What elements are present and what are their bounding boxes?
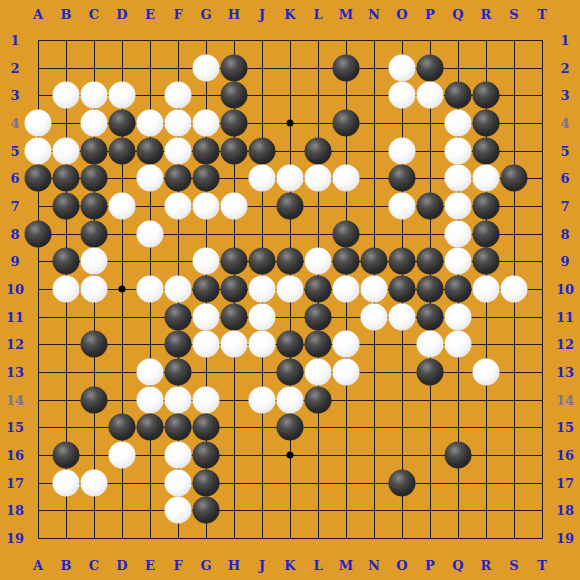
column-label: G <box>200 8 211 21</box>
row-label: 19 <box>556 531 574 544</box>
column-label: L <box>313 8 322 21</box>
black-stone <box>277 358 304 385</box>
black-stone <box>305 303 332 330</box>
black-stone <box>221 109 248 136</box>
row-label: 11 <box>556 310 574 323</box>
white-stone <box>473 275 500 302</box>
column-label: O <box>396 559 407 572</box>
black-stone <box>333 109 360 136</box>
column-label: P <box>425 8 435 21</box>
black-stone <box>305 275 332 302</box>
column-label: H <box>228 559 240 572</box>
white-stone <box>501 275 528 302</box>
white-stone <box>333 331 360 358</box>
black-stone <box>473 109 500 136</box>
black-stone <box>277 414 304 441</box>
black-stone <box>81 165 108 192</box>
black-stone <box>193 165 220 192</box>
white-stone <box>389 303 416 330</box>
white-stone <box>445 137 472 164</box>
row-label: 19 <box>6 531 24 544</box>
white-stone <box>109 82 136 109</box>
black-stone <box>501 165 528 192</box>
grid-line <box>38 538 542 539</box>
row-label: 16 <box>556 448 574 461</box>
black-stone <box>417 54 444 81</box>
column-label: D <box>116 8 127 21</box>
column-label: F <box>173 559 182 572</box>
black-stone <box>137 137 164 164</box>
white-stone <box>473 358 500 385</box>
black-stone <box>473 192 500 219</box>
white-stone <box>193 248 220 275</box>
column-label: R <box>481 8 492 21</box>
row-label: 5 <box>10 144 19 157</box>
black-stone <box>389 165 416 192</box>
white-stone <box>81 109 108 136</box>
black-stone <box>25 165 52 192</box>
black-stone <box>417 248 444 275</box>
white-stone <box>389 192 416 219</box>
row-label: 9 <box>10 255 19 268</box>
row-label: 6 <box>560 172 569 185</box>
black-stone <box>305 331 332 358</box>
white-stone <box>445 109 472 136</box>
white-stone <box>249 303 276 330</box>
black-stone <box>333 248 360 275</box>
black-stone <box>389 248 416 275</box>
white-stone <box>445 303 472 330</box>
black-stone <box>193 137 220 164</box>
column-label: P <box>425 559 435 572</box>
white-stone <box>221 192 248 219</box>
row-label: 17 <box>556 476 574 489</box>
white-stone <box>81 82 108 109</box>
row-label: 6 <box>10 172 19 185</box>
white-stone <box>193 386 220 413</box>
column-label: N <box>368 8 380 21</box>
black-stone <box>165 303 192 330</box>
white-stone <box>445 220 472 247</box>
grid-line <box>542 40 543 539</box>
white-stone <box>165 469 192 496</box>
column-label: D <box>116 559 127 572</box>
white-stone <box>193 192 220 219</box>
column-label: H <box>228 8 240 21</box>
white-stone <box>165 441 192 468</box>
black-stone <box>473 82 500 109</box>
black-stone <box>389 469 416 496</box>
black-stone <box>445 275 472 302</box>
grid-line <box>38 510 542 511</box>
white-stone <box>445 192 472 219</box>
black-stone <box>473 137 500 164</box>
black-stone <box>473 248 500 275</box>
column-label: K <box>284 559 295 572</box>
white-stone <box>389 137 416 164</box>
white-stone <box>277 275 304 302</box>
column-label: Q <box>452 559 463 572</box>
black-stone <box>193 275 220 302</box>
white-stone <box>53 137 80 164</box>
black-stone <box>193 441 220 468</box>
white-stone <box>305 165 332 192</box>
column-label: Q <box>452 8 463 21</box>
black-stone <box>193 469 220 496</box>
black-stone <box>137 414 164 441</box>
row-label: 15 <box>556 421 574 434</box>
white-stone <box>81 248 108 275</box>
column-label: F <box>173 8 182 21</box>
row-label: 9 <box>560 255 569 268</box>
black-stone <box>109 109 136 136</box>
black-stone <box>221 303 248 330</box>
column-label: T <box>537 559 547 572</box>
white-stone <box>53 82 80 109</box>
row-label: 5 <box>560 144 569 157</box>
black-stone <box>417 303 444 330</box>
column-label: E <box>145 559 155 572</box>
go-board[interactable]: AABBCCDDEEFFGGHHJJKKLLMMNNOOPPQQRRSSTT11… <box>0 0 580 580</box>
white-stone <box>137 165 164 192</box>
row-label: 18 <box>6 504 24 517</box>
white-stone <box>53 469 80 496</box>
row-label: 16 <box>6 448 24 461</box>
column-label: S <box>509 559 518 572</box>
grid-line <box>38 483 542 484</box>
star-point <box>119 285 126 292</box>
white-stone <box>473 165 500 192</box>
black-stone <box>445 441 472 468</box>
row-label: 4 <box>560 116 569 129</box>
white-stone <box>249 275 276 302</box>
row-label: 1 <box>560 34 569 47</box>
black-stone <box>81 331 108 358</box>
column-label: L <box>313 559 322 572</box>
black-stone <box>165 165 192 192</box>
column-label: M <box>339 8 353 21</box>
row-label: 14 <box>6 393 24 406</box>
white-stone <box>165 497 192 524</box>
white-stone <box>81 469 108 496</box>
row-label: 7 <box>10 199 19 212</box>
row-label: 12 <box>556 338 574 351</box>
white-stone <box>137 275 164 302</box>
column-label: G <box>200 559 211 572</box>
white-stone <box>165 275 192 302</box>
black-stone <box>445 82 472 109</box>
black-stone <box>53 248 80 275</box>
column-label: J <box>259 8 265 21</box>
black-stone <box>361 248 388 275</box>
white-stone <box>333 275 360 302</box>
white-stone <box>165 386 192 413</box>
white-stone <box>333 165 360 192</box>
column-label: B <box>61 559 72 572</box>
black-stone <box>25 220 52 247</box>
white-stone <box>81 275 108 302</box>
column-label: T <box>537 8 547 21</box>
black-stone <box>277 192 304 219</box>
white-stone <box>137 358 164 385</box>
black-stone <box>81 220 108 247</box>
row-label: 2 <box>560 61 569 74</box>
white-stone <box>445 248 472 275</box>
column-label: O <box>396 8 407 21</box>
white-stone <box>109 192 136 219</box>
black-stone <box>193 497 220 524</box>
black-stone <box>305 137 332 164</box>
row-label: 10 <box>6 282 24 295</box>
white-stone <box>417 331 444 358</box>
black-stone <box>249 248 276 275</box>
row-label: 15 <box>6 421 24 434</box>
black-stone <box>221 54 248 81</box>
black-stone <box>277 331 304 358</box>
row-label: 18 <box>556 504 574 517</box>
white-stone <box>445 331 472 358</box>
black-stone <box>277 248 304 275</box>
row-label: 3 <box>560 89 569 102</box>
star-point <box>287 119 294 126</box>
black-stone <box>81 386 108 413</box>
row-label: 8 <box>10 227 19 240</box>
black-stone <box>417 192 444 219</box>
white-stone <box>389 82 416 109</box>
black-stone <box>249 137 276 164</box>
white-stone <box>25 137 52 164</box>
black-stone <box>53 441 80 468</box>
black-stone <box>53 192 80 219</box>
row-label: 7 <box>560 199 569 212</box>
row-label: 11 <box>6 310 24 323</box>
black-stone <box>473 220 500 247</box>
white-stone <box>361 275 388 302</box>
column-label: A <box>33 8 43 21</box>
white-stone <box>389 54 416 81</box>
row-label: 13 <box>6 365 24 378</box>
white-stone <box>137 220 164 247</box>
white-stone <box>109 441 136 468</box>
black-stone <box>221 248 248 275</box>
row-label: 1 <box>10 34 19 47</box>
white-stone <box>277 386 304 413</box>
column-label: K <box>284 8 295 21</box>
black-stone <box>333 220 360 247</box>
column-label: R <box>481 559 492 572</box>
column-label: C <box>89 559 99 572</box>
row-label: 14 <box>556 393 574 406</box>
white-stone <box>137 386 164 413</box>
black-stone <box>109 137 136 164</box>
black-stone <box>81 192 108 219</box>
white-stone <box>445 165 472 192</box>
row-label: 3 <box>10 89 19 102</box>
black-stone <box>53 165 80 192</box>
column-label: M <box>339 559 353 572</box>
white-stone <box>333 358 360 385</box>
row-label: 12 <box>6 338 24 351</box>
black-stone <box>417 275 444 302</box>
black-stone <box>165 358 192 385</box>
white-stone <box>25 109 52 136</box>
row-label: 4 <box>10 116 19 129</box>
white-stone <box>193 109 220 136</box>
row-label: 2 <box>10 61 19 74</box>
column-label: E <box>145 8 155 21</box>
black-stone <box>193 414 220 441</box>
white-stone <box>305 358 332 385</box>
black-stone <box>333 54 360 81</box>
white-stone <box>165 137 192 164</box>
black-stone <box>221 82 248 109</box>
white-stone <box>193 54 220 81</box>
column-label: C <box>89 8 99 21</box>
white-stone <box>193 303 220 330</box>
white-stone <box>277 165 304 192</box>
column-label: B <box>61 8 72 21</box>
white-stone <box>249 165 276 192</box>
white-stone <box>193 331 220 358</box>
black-stone <box>109 414 136 441</box>
black-stone <box>417 358 444 385</box>
white-stone <box>137 109 164 136</box>
column-label: A <box>33 559 43 572</box>
column-label: N <box>368 559 380 572</box>
column-label: S <box>509 8 518 21</box>
row-label: 10 <box>556 282 574 295</box>
black-stone <box>165 414 192 441</box>
white-stone <box>361 303 388 330</box>
black-stone <box>389 275 416 302</box>
white-stone <box>249 331 276 358</box>
white-stone <box>165 192 192 219</box>
white-stone <box>305 248 332 275</box>
white-stone <box>249 386 276 413</box>
black-stone <box>221 275 248 302</box>
black-stone <box>81 137 108 164</box>
black-stone <box>165 331 192 358</box>
row-label: 17 <box>6 476 24 489</box>
white-stone <box>221 331 248 358</box>
white-stone <box>165 109 192 136</box>
white-stone <box>53 275 80 302</box>
row-label: 13 <box>556 365 574 378</box>
white-stone <box>417 82 444 109</box>
row-label: 8 <box>560 227 569 240</box>
white-stone <box>165 82 192 109</box>
column-label: J <box>259 559 265 572</box>
black-stone <box>221 137 248 164</box>
black-stone <box>305 386 332 413</box>
star-point <box>287 451 294 458</box>
